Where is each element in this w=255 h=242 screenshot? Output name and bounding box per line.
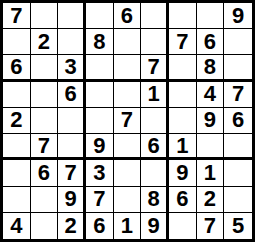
cell-r2c9[interactable]: [224, 29, 252, 55]
cell-r5c4[interactable]: [86, 108, 114, 134]
cell-r4c8: 4: [197, 82, 225, 108]
cell-r8c8: 2: [197, 187, 225, 213]
cell-r3c9[interactable]: [224, 55, 252, 81]
cell-r7c6[interactable]: [141, 160, 169, 186]
cell-r1c3[interactable]: [58, 3, 86, 29]
cell-r5c6[interactable]: [141, 108, 169, 134]
cell-r9c5: 1: [114, 213, 142, 239]
cell-r6c2: 7: [31, 134, 59, 160]
cell-r2c6[interactable]: [141, 29, 169, 55]
cell-r3c8: 8: [197, 55, 225, 81]
cell-r1c6[interactable]: [141, 3, 169, 29]
cell-r5c9: 6: [224, 108, 252, 134]
cell-r9c4: 6: [86, 213, 114, 239]
cell-r8c5[interactable]: [114, 187, 142, 213]
cell-r8c3: 9: [58, 187, 86, 213]
cell-r5c8: 9: [197, 108, 225, 134]
cell-r4c3: 6: [58, 82, 86, 108]
cell-r7c7: 9: [169, 160, 197, 186]
cell-r8c1[interactable]: [3, 187, 31, 213]
cell-r5c1: 2: [3, 108, 31, 134]
cell-r4c7[interactable]: [169, 82, 197, 108]
cell-r8c4: 7: [86, 187, 114, 213]
cell-r1c1: 7: [3, 3, 31, 29]
cell-r9c9: 5: [224, 213, 252, 239]
cell-r1c2[interactable]: [31, 3, 59, 29]
cell-r1c9: 9: [224, 3, 252, 29]
cell-r8c6: 8: [141, 187, 169, 213]
cell-r1c7[interactable]: [169, 3, 197, 29]
cell-r5c5: 7: [114, 108, 142, 134]
cell-r1c5: 6: [114, 3, 142, 29]
cell-r7c3: 7: [58, 160, 86, 186]
cell-r2c4: 8: [86, 29, 114, 55]
cell-r2c2: 2: [31, 29, 59, 55]
cell-r5c3[interactable]: [58, 108, 86, 134]
cell-r9c2[interactable]: [31, 213, 59, 239]
cell-r8c9[interactable]: [224, 187, 252, 213]
cell-r7c4: 3: [86, 160, 114, 186]
cell-r3c6: 7: [141, 55, 169, 81]
cell-r2c8: 6: [197, 29, 225, 55]
cell-r3c1: 6: [3, 55, 31, 81]
cell-r1c8[interactable]: [197, 3, 225, 29]
cell-r8c2[interactable]: [31, 187, 59, 213]
cell-r3c2[interactable]: [31, 55, 59, 81]
cell-r6c3[interactable]: [58, 134, 86, 160]
cell-r7c8: 1: [197, 160, 225, 186]
cell-r6c1[interactable]: [3, 134, 31, 160]
cell-r6c4: 9: [86, 134, 114, 160]
cell-r3c4[interactable]: [86, 55, 114, 81]
cell-r7c9[interactable]: [224, 160, 252, 186]
cell-r2c3[interactable]: [58, 29, 86, 55]
cell-r1c4[interactable]: [86, 3, 114, 29]
cell-r7c2: 6: [31, 160, 59, 186]
cell-r7c1[interactable]: [3, 160, 31, 186]
cell-r8c7: 6: [169, 187, 197, 213]
cell-r4c9: 7: [224, 82, 252, 108]
cell-r4c2[interactable]: [31, 82, 59, 108]
cell-r6c7: 1: [169, 134, 197, 160]
cell-r6c8[interactable]: [197, 134, 225, 160]
cell-r3c7[interactable]: [169, 55, 197, 81]
cell-r9c7[interactable]: [169, 213, 197, 239]
cell-r4c5[interactable]: [114, 82, 142, 108]
cell-r3c3: 3: [58, 55, 86, 81]
cell-r5c7[interactable]: [169, 108, 197, 134]
cell-r6c5[interactable]: [114, 134, 142, 160]
cell-r2c1[interactable]: [3, 29, 31, 55]
cell-r4c1[interactable]: [3, 82, 31, 108]
cell-r9c1: 4: [3, 213, 31, 239]
cell-r2c5[interactable]: [114, 29, 142, 55]
cell-r9c6: 9: [141, 213, 169, 239]
cell-r2c7: 7: [169, 29, 197, 55]
cell-r7c5[interactable]: [114, 160, 142, 186]
cell-r3c5[interactable]: [114, 55, 142, 81]
cell-r4c6: 1: [141, 82, 169, 108]
cell-r6c6: 6: [141, 134, 169, 160]
sudoku-board: 7692876637861472796796167391978624261975: [0, 0, 255, 242]
cell-r9c8: 7: [197, 213, 225, 239]
cell-r4c4[interactable]: [86, 82, 114, 108]
cell-r6c9[interactable]: [224, 134, 252, 160]
cell-r9c3: 2: [58, 213, 86, 239]
cell-r5c2[interactable]: [31, 108, 59, 134]
